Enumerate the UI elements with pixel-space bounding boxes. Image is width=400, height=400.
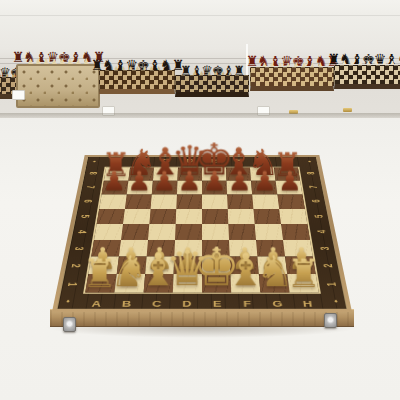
coordinate-label: 8 [83,167,103,180]
carved-chess-box: ♜♞♝♛♚♝♞♜ ♟♟♟♟♟♟♟♟ [18,50,98,108]
latch-icon[interactable] [324,313,337,328]
square-b7[interactable]: ♟ [127,181,153,195]
square-a6[interactable] [99,194,127,208]
price-tag [12,90,25,100]
chess-board: ♦ ♦ ♦ ♦ ABCDEFGH ABCDEFGH 87654321 87654… [52,155,352,312]
coordinate-label: E [202,299,232,309]
latch-icon[interactable] [63,317,76,332]
coordinate-label: 7 [303,180,324,194]
wall-seam [0,15,400,16]
square-e6[interactable] [202,194,228,208]
coordinate-label: C [141,299,172,309]
corner-ornament-icon: ♦ [92,160,96,163]
coordinate-label: A [81,299,113,309]
square-h5[interactable] [279,209,307,224]
square-f6[interactable] [227,194,253,208]
square-h7[interactable]: ♟ [276,181,303,195]
coordinate-label: 6 [77,194,98,209]
coordinate-label: 6 [306,194,327,209]
square-b4[interactable] [121,224,149,240]
square-f5[interactable] [228,209,255,224]
square-h6[interactable] [277,194,305,208]
square-b1[interactable]: ♞ [114,274,145,292]
background-board [250,67,334,91]
dark-pawn[interactable]: ♟ [228,169,252,194]
square-c4[interactable] [148,224,176,240]
light-rook[interactable]: ♜ [83,255,118,292]
square-h4[interactable] [281,224,310,240]
square-g7[interactable]: ♟ [251,181,277,195]
dark-pawn[interactable]: ♟ [177,169,201,194]
chess-shop-photo: ♜♛♚♝ ♟♟♟♟ ♜♞♝♛♚♝♞♜ ♟♟♟♟♟♟♟♟ ♜♞♝♛♚♝♞♜ ♟♟♟… [0,0,400,400]
coordinate-label: G [262,299,293,309]
board-squares: ♜♞♝♛♚♝♞♜♟♟♟♟♟♟♟♟♟♟♟♟♟♟♟♟♜♞♝♛♚♝♞♜ [83,167,321,294]
square-f7[interactable]: ♟ [227,181,253,195]
square-e5[interactable] [202,209,228,224]
square-g1[interactable]: ♞ [259,274,290,292]
square-g5[interactable] [253,209,281,224]
coordinate-label: 4 [71,224,94,240]
square-c5[interactable] [149,209,176,224]
square-a1[interactable]: ♜ [85,274,116,292]
coordinate-label: 7 [80,180,101,194]
square-d6[interactable] [176,194,202,208]
square-g6[interactable] [252,194,279,208]
square-d5[interactable] [176,209,202,224]
coords-bottom: ABCDEFGH [81,299,324,309]
dark-pawn[interactable]: ♟ [102,169,126,194]
coordinate-label: 5 [308,209,330,224]
coordinate-label: H [292,299,324,309]
background-board [99,70,175,94]
square-c6[interactable] [151,194,177,208]
shelf-chess-set: ♜♝♛♚♝♜ ♟♟♟♟♟♟ [176,64,248,97]
square-c7[interactable]: ♟ [152,181,178,195]
brass-plaque [343,108,352,112]
corner-ornament-icon: ♦ [308,160,312,163]
carved-box-body [16,64,100,108]
square-b5[interactable] [123,209,151,224]
square-a4[interactable] [94,224,123,240]
corner-ornament-icon: ♦ [333,299,338,304]
dark-pawn[interactable]: ♟ [253,169,277,194]
background-board [175,75,249,97]
square-b6[interactable] [125,194,152,208]
dark-pawn[interactable]: ♟ [203,169,227,194]
shelf-chess-set: ♜♞♝♛♚♝♞♜ ♟♟♟♟♟♟♟ [100,58,174,94]
shelf-chess-set: ♜♞♝♛♚♝♞♜ ♟♟♟♟♟♟♟♟ [251,54,333,91]
dark-pawn[interactable]: ♟ [152,169,176,194]
coordinate-label: B [111,299,142,309]
coordinate-label: D [172,299,202,309]
coordinate-label: 5 [74,209,96,224]
shelf-chess-set: ♜♞♝♚♛♝♞ ♟♟♟♟♟♟♟ [335,52,400,89]
square-h1[interactable]: ♜ [287,274,318,292]
light-queen[interactable]: ♛ [166,246,210,292]
coordinate-label: 4 [311,224,334,240]
square-e7[interactable]: ♟ [202,181,227,195]
coordinate-label: F [232,299,263,309]
coordinate-label: 8 [301,167,321,180]
square-d7[interactable]: ♟ [177,181,202,195]
light-rook[interactable]: ♜ [287,255,322,292]
square-a5[interactable] [97,209,125,224]
square-g4[interactable] [255,224,283,240]
square-a7[interactable]: ♟ [102,181,129,195]
dark-pawn[interactable]: ♟ [127,169,151,194]
square-d1[interactable]: ♛ [173,274,202,292]
dark-pawn[interactable]: ♟ [278,169,302,194]
background-board [334,65,400,89]
